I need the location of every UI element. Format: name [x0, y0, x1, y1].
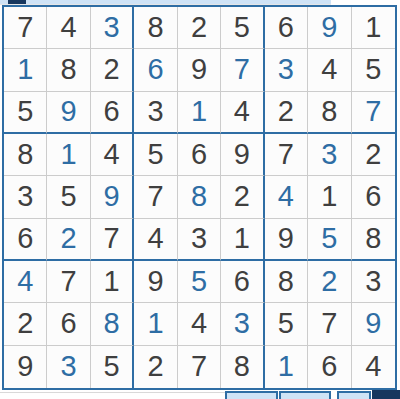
sudoku-cell-r3c8[interactable]: 8: [308, 92, 351, 134]
sudoku-cell-r3c5[interactable]: 1: [178, 92, 221, 134]
sudoku-cell-r5c2[interactable]: 5: [47, 176, 90, 218]
sudoku-cell-r4c6[interactable]: 9: [221, 134, 264, 176]
sudoku-cell-r2c9[interactable]: 5: [352, 49, 395, 91]
sudoku-cell-r1c8[interactable]: 9: [308, 7, 351, 49]
sudoku-cell-r4c2[interactable]: 1: [47, 134, 90, 176]
sudoku-cell-r8c8[interactable]: 7: [308, 303, 351, 345]
bottom-cutoff-divider: [0, 392, 226, 393]
sudoku-cell-r6c1[interactable]: 6: [4, 219, 47, 261]
sudoku-cell-r1c9[interactable]: 1: [352, 7, 395, 49]
sudoku-cell-r4c1[interactable]: 8: [4, 134, 47, 176]
sudoku-cell-r2c4[interactable]: 6: [134, 49, 177, 91]
sudoku-cell-r9c4[interactable]: 2: [134, 346, 177, 388]
sudoku-cell-r1c5[interactable]: 2: [178, 7, 221, 49]
sudoku-cell-r6c9[interactable]: 8: [352, 219, 395, 261]
sudoku-cell-r1c7[interactable]: 6: [265, 7, 308, 49]
sudoku-cell-r3c3[interactable]: 6: [91, 92, 134, 134]
sudoku-cell-r6c4[interactable]: 4: [134, 219, 177, 261]
sudoku-cell-r4c7[interactable]: 7: [265, 134, 308, 176]
sudoku-cell-r6c7[interactable]: 9: [265, 219, 308, 261]
sudoku-cell-r4c3[interactable]: 4: [91, 134, 134, 176]
sudoku-cell-r4c4[interactable]: 5: [134, 134, 177, 176]
sudoku-cell-r6c5[interactable]: 3: [178, 219, 221, 261]
sudoku-cell-r7c5[interactable]: 5: [178, 261, 221, 303]
sudoku-cell-r7c8[interactable]: 2: [308, 261, 351, 303]
sudoku-cell-r2c5[interactable]: 9: [178, 49, 221, 91]
sudoku-cell-r3c9[interactable]: 7: [352, 92, 395, 134]
sudoku-cell-r1c3[interactable]: 3: [91, 7, 134, 49]
sudoku-cell-r5c1[interactable]: 3: [4, 176, 47, 218]
sudoku-cell-r2c1[interactable]: 1: [4, 49, 47, 91]
sudoku-cell-r9c1[interactable]: 9: [4, 346, 47, 388]
sudoku-cell-r5c5[interactable]: 8: [178, 176, 221, 218]
sudoku-cell-r9c8[interactable]: 6: [308, 346, 351, 388]
sudoku-cell-r9c2[interactable]: 3: [47, 346, 90, 388]
sudoku-cell-r7c7[interactable]: 8: [265, 261, 308, 303]
sudoku-cell-r8c2[interactable]: 6: [47, 303, 90, 345]
sudoku-cell-r4c5[interactable]: 6: [178, 134, 221, 176]
sudoku-cell-r5c9[interactable]: 6: [352, 176, 395, 218]
sudoku-cell-r5c4[interactable]: 7: [134, 176, 177, 218]
sudoku-cell-r7c6[interactable]: 6: [221, 261, 264, 303]
sudoku-cell-r2c8[interactable]: 4: [308, 49, 351, 91]
sudoku-cell-r6c2[interactable]: 2: [47, 219, 90, 261]
sudoku-cell-r8c7[interactable]: 5: [265, 303, 308, 345]
top-cutoff-toolbar-dark-segment: [8, 0, 26, 4]
sudoku-cell-r5c3[interactable]: 9: [91, 176, 134, 218]
sudoku-cell-r6c8[interactable]: 5: [308, 219, 351, 261]
sudoku-cell-r8c5[interactable]: 4: [178, 303, 221, 345]
bottom-cutoff-button-1[interactable]: [225, 391, 278, 399]
sudoku-cell-r9c6[interactable]: 8: [221, 346, 264, 388]
sudoku-cell-r1c6[interactable]: 5: [221, 7, 264, 49]
sudoku-cell-r7c9[interactable]: 3: [352, 261, 395, 303]
sudoku-cell-r9c3[interactable]: 5: [91, 346, 134, 388]
sudoku-cell-r9c5[interactable]: 7: [178, 346, 221, 388]
sudoku-cell-r7c4[interactable]: 9: [134, 261, 177, 303]
sudoku-cell-r8c3[interactable]: 8: [91, 303, 134, 345]
sudoku-cell-r4c9[interactable]: 2: [352, 134, 395, 176]
sudoku-cell-r3c2[interactable]: 9: [47, 92, 90, 134]
sudoku-cell-r3c6[interactable]: 4: [221, 92, 264, 134]
sudoku-cell-r5c8[interactable]: 1: [308, 176, 351, 218]
sudoku-board: 7438256911826973455963142878145697323597…: [2, 5, 397, 390]
sudoku-cell-r4c8[interactable]: 3: [308, 134, 351, 176]
sudoku-cell-r9c9[interactable]: 4: [352, 346, 395, 388]
sudoku-cell-r5c7[interactable]: 4: [265, 176, 308, 218]
sudoku-cell-r2c6[interactable]: 7: [221, 49, 264, 91]
bottom-cutoff-button-3[interactable]: [337, 391, 371, 399]
sudoku-cell-r2c7[interactable]: 3: [265, 49, 308, 91]
sudoku-cell-r7c2[interactable]: 7: [47, 261, 90, 303]
sudoku-cell-r8c6[interactable]: 3: [221, 303, 264, 345]
sudoku-cell-r3c7[interactable]: 2: [265, 92, 308, 134]
bottom-cutoff-navy-block: [372, 390, 400, 399]
sudoku-cell-r6c6[interactable]: 1: [221, 219, 264, 261]
sudoku-cell-r1c1[interactable]: 7: [4, 7, 47, 49]
sudoku-cell-r6c3[interactable]: 7: [91, 219, 134, 261]
sudoku-cell-r9c7[interactable]: 1: [265, 346, 308, 388]
sudoku-cell-r2c2[interactable]: 8: [47, 49, 90, 91]
sudoku-cell-r5c6[interactable]: 2: [221, 176, 264, 218]
sudoku-cell-r7c3[interactable]: 1: [91, 261, 134, 303]
sudoku-cell-r3c4[interactable]: 3: [134, 92, 177, 134]
sudoku-cell-r1c4[interactable]: 8: [134, 7, 177, 49]
sudoku-cell-r8c4[interactable]: 1: [134, 303, 177, 345]
sudoku-cell-r1c2[interactable]: 4: [47, 7, 90, 49]
bottom-cutoff-button-2[interactable]: [279, 391, 331, 399]
sudoku-cell-r3c1[interactable]: 5: [4, 92, 47, 134]
sudoku-cell-r8c9[interactable]: 9: [352, 303, 395, 345]
sudoku-cell-r2c3[interactable]: 2: [91, 49, 134, 91]
sudoku-cell-r8c1[interactable]: 2: [4, 303, 47, 345]
sudoku-cell-r7c1[interactable]: 4: [4, 261, 47, 303]
